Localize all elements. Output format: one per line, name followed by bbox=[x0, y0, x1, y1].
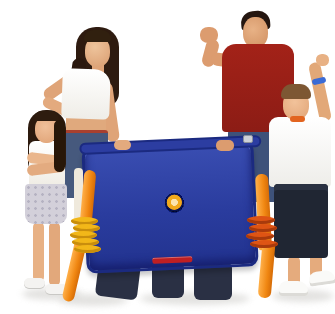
connect-four-board[interactable] bbox=[81, 138, 258, 273]
board-right-foot bbox=[258, 244, 276, 299]
cell-r6c7-yellow-disc[interactable] bbox=[166, 195, 182, 211]
photo-stage bbox=[0, 0, 335, 314]
orange-ring[interactable] bbox=[247, 216, 275, 224]
son-raised-arm bbox=[308, 61, 332, 122]
son-denim-shorts bbox=[274, 184, 328, 258]
son-collar bbox=[290, 116, 305, 122]
orange-ring[interactable] bbox=[250, 240, 278, 248]
son-sneaker bbox=[279, 281, 308, 296]
father-watch bbox=[243, 135, 253, 143]
mother-hand-on-board bbox=[114, 140, 131, 150]
orange-ring[interactable] bbox=[249, 224, 277, 232]
daughter-hair-fringe bbox=[34, 111, 59, 121]
daughter-hair-strand bbox=[54, 120, 65, 172]
board-grid bbox=[103, 150, 245, 255]
son-hair bbox=[281, 84, 311, 99]
orange-ring[interactable] bbox=[246, 232, 274, 240]
mother-tank-top bbox=[61, 68, 111, 120]
daughter-sandal bbox=[24, 278, 45, 288]
father-hand-on-board bbox=[216, 140, 234, 151]
daughter-leg bbox=[33, 222, 44, 282]
son-sneaker bbox=[308, 269, 335, 286]
daughter-leg bbox=[49, 222, 60, 286]
daughter-patterned-shorts bbox=[25, 184, 67, 224]
yellow-ring[interactable] bbox=[74, 245, 101, 253]
son-white-tshirt bbox=[269, 117, 331, 187]
brand-label bbox=[152, 256, 192, 264]
son-hand bbox=[316, 54, 329, 66]
mother-hair-fringe bbox=[84, 30, 111, 42]
